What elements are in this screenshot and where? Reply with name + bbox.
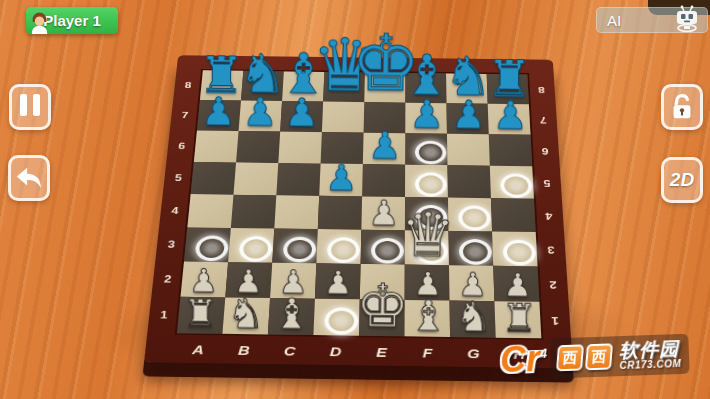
move-hint-e3[interactable] [370, 237, 403, 263]
watermark-tile-2: 西 [585, 343, 613, 370]
back-button[interactable] [8, 155, 50, 201]
move-hint-f5[interactable] [414, 172, 446, 197]
square-d1[interactable] [313, 299, 359, 336]
robot-icon [671, 4, 703, 36]
watermark-tile-1: 西 [556, 344, 584, 371]
square-c6[interactable] [278, 132, 322, 164]
square-a7[interactable]: ♟ [197, 100, 241, 131]
unlock-icon [667, 91, 697, 123]
square-h6[interactable] [489, 134, 532, 166]
square-e4[interactable]: ♟ [361, 196, 405, 230]
player-avatar-icon [29, 10, 50, 34]
rank-label-5-right: 5 [533, 177, 561, 188]
rank-label-5-left: 5 [164, 172, 193, 183]
square-a6[interactable] [194, 131, 239, 163]
pause-icon [17, 94, 43, 120]
square-h7[interactable]: ♟ [488, 104, 531, 135]
square-c5[interactable] [276, 163, 320, 196]
file-label-B: B [221, 342, 268, 357]
rank-label-3-left: 3 [157, 238, 187, 250]
black-pawn-h7[interactable]: ♟ [492, 96, 527, 135]
move-hint-b3[interactable] [238, 236, 272, 262]
square-d5[interactable]: ♟ [319, 164, 363, 197]
back-arrow-icon [14, 163, 44, 193]
view-2d-button[interactable]: 2D [661, 157, 703, 203]
watermark: Cr4 西 西 软件园 CR173.COM [499, 334, 689, 381]
white-pawn-e4[interactable]: ♟ [368, 195, 399, 230]
move-hint-g4[interactable] [458, 205, 491, 230]
square-a3[interactable] [184, 227, 231, 262]
black-pawn-d5[interactable]: ♟ [325, 160, 358, 196]
black-pawn-c7[interactable]: ♟ [284, 93, 319, 132]
square-a1[interactable]: ♜ [177, 297, 225, 334]
pause-button[interactable] [9, 84, 51, 130]
player1-label: Player 1 [43, 12, 101, 29]
square-c4[interactable] [274, 195, 319, 229]
rank-label-4-right: 4 [534, 210, 563, 221]
file-label-F: F [404, 345, 450, 360]
ai-label: AI [607, 12, 621, 29]
square-b1[interactable]: ♞ [222, 297, 270, 334]
white-bishop-f1[interactable]: ♝ [408, 294, 447, 337]
move-hint-d1[interactable] [323, 307, 358, 335]
move-hint-h5[interactable] [499, 173, 532, 198]
move-hint-c3[interactable] [282, 236, 316, 262]
rank-label-2-left: 2 [153, 273, 183, 285]
watermark-site-url: CR173.COM [619, 359, 681, 371]
file-label-E: E [358, 344, 404, 359]
ai-button[interactable]: AI [596, 7, 708, 33]
white-rook-h1[interactable]: ♜ [501, 298, 537, 338]
move-hint-g3[interactable] [458, 239, 491, 265]
white-king-e1[interactable]: ♚ [355, 276, 409, 336]
square-h3[interactable] [492, 231, 537, 266]
rank-label-1-right: 1 [540, 314, 570, 326]
move-hint-a3[interactable] [194, 235, 229, 261]
square-g5[interactable] [447, 165, 490, 198]
white-rook-a1[interactable]: ♜ [182, 294, 218, 334]
rank-label-6-right: 6 [531, 145, 559, 156]
square-e8[interactable]: ♚ [364, 72, 405, 102]
rank-label-1-left: 1 [149, 309, 180, 321]
square-f6[interactable] [405, 133, 447, 165]
watermark-site-name: 软件园 [619, 339, 681, 360]
file-label-D: D [312, 344, 358, 359]
black-pawn-g7[interactable]: ♟ [450, 95, 485, 134]
square-h4[interactable] [491, 198, 536, 232]
file-label-A: A [175, 342, 222, 357]
player1-button[interactable]: Player 1 [26, 7, 118, 34]
square-a5[interactable] [191, 162, 236, 195]
square-g3[interactable] [448, 231, 493, 266]
square-f1[interactable]: ♝ [404, 300, 450, 337]
square-d7[interactable] [322, 102, 364, 133]
square-b7[interactable]: ♟ [239, 101, 282, 132]
square-g1[interactable]: ♞ [450, 301, 496, 338]
rank-label-7-left: 7 [171, 110, 199, 120]
square-g6[interactable] [447, 134, 490, 166]
square-c1[interactable]: ♝ [268, 298, 315, 335]
black-pawn-f7[interactable]: ♟ [409, 94, 444, 133]
square-c3[interactable] [272, 229, 318, 264]
square-c7[interactable]: ♟ [280, 101, 323, 132]
square-e6[interactable]: ♟ [363, 133, 405, 165]
watermark-panel: 西 西 软件园 CR173.COM [551, 334, 690, 379]
white-pawn-d2[interactable]: ♟ [323, 266, 352, 299]
square-f5[interactable] [405, 165, 448, 198]
board-frame: ♜♞♝♛♚♝♞♜♟♟♟♟♟♟♟♟♟♛♟♟♟♟♟♟♟♜♞♝♚♝♞♜ 8877665… [144, 55, 573, 368]
move-hint-d3[interactable] [326, 237, 359, 263]
rank-label-7-right: 7 [529, 114, 557, 124]
black-pawn-b7[interactable]: ♟ [242, 92, 277, 131]
rank-label-6-left: 6 [168, 141, 196, 152]
board-grid[interactable]: ♜♞♝♛♚♝♞♜♟♟♟♟♟♟♟♟♟♛♟♟♟♟♟♟♟♜♞♝♚♝♞♜ [177, 70, 541, 338]
rank-label-2-right: 2 [538, 278, 568, 290]
lock-button[interactable] [661, 84, 703, 130]
white-knight-g1[interactable]: ♞ [454, 296, 492, 338]
square-f3[interactable]: ♛ [405, 230, 449, 265]
watermark-text: 软件园 CR173.COM [619, 339, 682, 371]
square-e1[interactable]: ♚ [359, 299, 405, 336]
square-d2[interactable]: ♟ [315, 263, 361, 299]
square-e3[interactable] [361, 230, 405, 265]
move-hint-h3[interactable] [502, 239, 536, 265]
black-pawn-a7[interactable]: ♟ [200, 92, 235, 131]
square-b6[interactable] [236, 131, 280, 163]
file-label-C: C [266, 343, 313, 358]
square-d4[interactable] [318, 196, 362, 230]
square-g7[interactable]: ♟ [447, 103, 489, 134]
square-h5[interactable] [490, 166, 534, 199]
square-d3[interactable] [316, 229, 361, 264]
rank-label-8-right: 8 [528, 84, 555, 94]
white-bishop-c1[interactable]: ♝ [272, 292, 311, 335]
file-label-G: G [450, 346, 496, 361]
watermark-logo: Cr4 [499, 341, 547, 379]
square-h1[interactable]: ♜ [494, 301, 541, 338]
square-b4[interactable] [231, 195, 277, 229]
white-knight-b1[interactable]: ♞ [227, 293, 265, 335]
move-hint-f6[interactable] [414, 140, 445, 164]
square-b3[interactable] [228, 228, 274, 263]
square-f7[interactable]: ♟ [405, 103, 447, 134]
view-2d-label: 2D [670, 169, 694, 191]
rank-label-3-right: 3 [536, 244, 565, 256]
black-pawn-e6[interactable]: ♟ [367, 127, 401, 165]
square-a4[interactable] [187, 194, 233, 228]
white-queen-f3[interactable]: ♛ [400, 204, 455, 265]
square-b5[interactable] [233, 162, 278, 195]
rank-label-4-left: 4 [160, 205, 189, 216]
